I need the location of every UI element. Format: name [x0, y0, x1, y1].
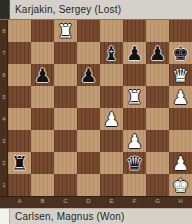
square-h2[interactable]: ♟: [169, 152, 192, 174]
piece-white-king: ♚: [169, 174, 192, 196]
square-a8[interactable]: [8, 20, 31, 42]
square-h7[interactable]: ♚: [169, 42, 192, 64]
file-label-g: G: [146, 196, 169, 208]
rank-label-4: 4: [0, 108, 8, 130]
square-e2[interactable]: [100, 152, 123, 174]
top-player-name: Karjakin, Sergey (Lost): [10, 4, 121, 15]
square-a1[interactable]: [8, 174, 31, 196]
file-coordinates: ABCDEFGH: [0, 196, 192, 208]
piece-black-pawn: ♟: [31, 64, 54, 86]
square-e7[interactable]: ♝: [100, 42, 123, 64]
square-a7[interactable]: [8, 42, 31, 64]
piece-white-rook: ♜: [123, 86, 146, 108]
square-f4[interactable]: [123, 108, 146, 130]
piece-white-pawn: ♟: [169, 86, 192, 108]
file-label-h: H: [169, 196, 192, 208]
square-f3[interactable]: ♟: [123, 130, 146, 152]
square-a6[interactable]: [8, 64, 31, 86]
piece-white-pawn: ♟: [100, 108, 123, 130]
square-b6[interactable]: ♟: [31, 64, 54, 86]
square-g3[interactable]: [146, 130, 169, 152]
square-a4[interactable]: [8, 108, 31, 130]
square-g8[interactable]: [146, 20, 169, 42]
square-d6[interactable]: ♟: [77, 64, 100, 86]
square-e5[interactable]: [100, 86, 123, 108]
square-b2[interactable]: [31, 152, 54, 174]
square-f1[interactable]: [123, 174, 146, 196]
square-d4[interactable]: [77, 108, 100, 130]
piece-black-bishop: ♝: [100, 42, 123, 64]
square-g2[interactable]: [146, 152, 169, 174]
file-label-d: D: [77, 196, 100, 208]
square-f2[interactable]: ♛: [123, 152, 146, 174]
file-label-b: B: [31, 196, 54, 208]
square-c6[interactable]: [54, 64, 77, 86]
square-b7[interactable]: [31, 42, 54, 64]
piece-black-pawn: ♟: [146, 42, 169, 64]
board-area: 87654321 ♜♝♟♟♚♟♟♛♜♟♟♟♜♛♟♚: [0, 20, 192, 196]
white-side-indicator: [0, 209, 10, 224]
square-c1[interactable]: [54, 174, 77, 196]
file-label-e: E: [100, 196, 123, 208]
square-g1[interactable]: [146, 174, 169, 196]
piece-black-queen: ♛: [123, 152, 146, 174]
square-e6[interactable]: [100, 64, 123, 86]
square-c2[interactable]: [54, 152, 77, 174]
square-c7[interactable]: [54, 42, 77, 64]
square-b3[interactable]: [31, 130, 54, 152]
square-c4[interactable]: [54, 108, 77, 130]
square-h3[interactable]: [169, 130, 192, 152]
square-h8[interactable]: [169, 20, 192, 42]
piece-white-pawn: ♟: [123, 130, 146, 152]
piece-white-queen: ♛: [169, 64, 192, 86]
piece-black-pawn: ♟: [123, 42, 146, 64]
top-player-bar: Karjakin, Sergey (Lost): [0, 0, 192, 20]
square-e8[interactable]: [100, 20, 123, 42]
square-e1[interactable]: [100, 174, 123, 196]
square-b5[interactable]: [31, 86, 54, 108]
square-f5[interactable]: ♜: [123, 86, 146, 108]
square-g7[interactable]: ♟: [146, 42, 169, 64]
square-a5[interactable]: [8, 86, 31, 108]
square-d1[interactable]: [77, 174, 100, 196]
file-label-c: C: [54, 196, 77, 208]
bottom-player-bar: Carlsen, Magnus (Won): [0, 208, 192, 224]
square-f6[interactable]: [123, 64, 146, 86]
square-a3[interactable]: [8, 130, 31, 152]
rank-label-6: 6: [0, 64, 8, 86]
file-label-f: F: [123, 196, 146, 208]
rank-coordinates: 87654321: [0, 20, 8, 196]
chess-app-window: Karjakin, Sergey (Lost) 87654321 ♜♝♟♟♚♟♟…: [0, 0, 192, 224]
square-e3[interactable]: [100, 130, 123, 152]
square-c8[interactable]: ♜: [54, 20, 77, 42]
square-d2[interactable]: [77, 152, 100, 174]
square-h4[interactable]: [169, 108, 192, 130]
square-f8[interactable]: [123, 20, 146, 42]
square-h1[interactable]: ♚: [169, 174, 192, 196]
rank-label-7: 7: [0, 42, 8, 64]
square-c5[interactable]: [54, 86, 77, 108]
rank-label-5: 5: [0, 86, 8, 108]
black-side-indicator: [0, 0, 10, 19]
piece-black-king: ♚: [169, 42, 192, 64]
bottom-player-name: Carlsen, Magnus (Won): [10, 211, 125, 222]
chess-board: ♜♝♟♟♚♟♟♛♜♟♟♟♜♛♟♚: [8, 20, 192, 196]
square-g6[interactable]: [146, 64, 169, 86]
square-c3[interactable]: [54, 130, 77, 152]
piece-black-pawn: ♟: [77, 64, 100, 86]
piece-white-pawn: ♟: [169, 152, 192, 174]
square-e4[interactable]: ♟: [100, 108, 123, 130]
square-d7[interactable]: [77, 42, 100, 64]
square-g5[interactable]: [146, 86, 169, 108]
rank-label-1: 1: [0, 174, 8, 196]
file-label-a: A: [8, 196, 31, 208]
square-f7[interactable]: ♟: [123, 42, 146, 64]
square-d8[interactable]: [77, 20, 100, 42]
square-h5[interactable]: ♟: [169, 86, 192, 108]
rank-label-3: 3: [0, 130, 8, 152]
square-b8[interactable]: [31, 20, 54, 42]
square-d3[interactable]: [77, 130, 100, 152]
square-b4[interactable]: [31, 108, 54, 130]
piece-white-rook: ♜: [54, 20, 77, 42]
square-b1[interactable]: [31, 174, 54, 196]
square-h6[interactable]: ♛: [169, 64, 192, 86]
square-a2[interactable]: ♜: [8, 152, 31, 174]
rank-label-2: 2: [0, 152, 8, 174]
rank-label-8: 8: [0, 20, 8, 42]
square-g4[interactable]: [146, 108, 169, 130]
piece-black-rook: ♜: [8, 152, 31, 174]
square-d5[interactable]: [77, 86, 100, 108]
